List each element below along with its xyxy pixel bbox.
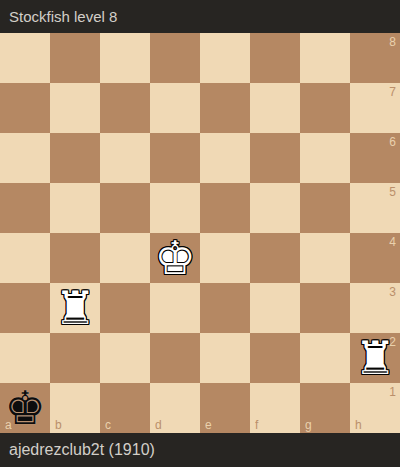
opponent-name: Stockfish level 8 — [9, 8, 117, 25]
square-a2[interactable] — [0, 333, 50, 383]
file-label-h: h — [355, 419, 362, 431]
square-h4[interactable]: 4 — [350, 233, 400, 283]
square-e6[interactable] — [200, 133, 250, 183]
square-f3[interactable] — [250, 283, 300, 333]
square-b7[interactable] — [50, 83, 100, 133]
square-g5[interactable] — [300, 183, 350, 233]
file-label-g: g — [305, 419, 312, 431]
chess-board: 8765♚4♜32♜a♚bcdefg1h — [0, 33, 400, 433]
file-label-b: b — [55, 419, 62, 431]
square-e2[interactable] — [200, 333, 250, 383]
black-king[interactable]: ♚ — [0, 383, 50, 433]
square-e3[interactable] — [200, 283, 250, 333]
square-c8[interactable] — [100, 33, 150, 83]
square-g7[interactable] — [300, 83, 350, 133]
square-c3[interactable] — [100, 283, 150, 333]
square-h2[interactable]: 2♜ — [350, 333, 400, 383]
square-d1[interactable]: d — [150, 383, 200, 433]
square-d4[interactable]: ♚ — [150, 233, 200, 283]
square-f7[interactable] — [250, 83, 300, 133]
square-h8[interactable]: 8 — [350, 33, 400, 83]
white-rook[interactable]: ♜ — [50, 283, 100, 333]
square-g1[interactable]: g — [300, 383, 350, 433]
square-b6[interactable] — [50, 133, 100, 183]
square-e5[interactable] — [200, 183, 250, 233]
rank-label-7: 7 — [389, 86, 396, 98]
file-label-c: c — [105, 419, 111, 431]
rank-label-4: 4 — [389, 236, 396, 248]
square-f6[interactable] — [250, 133, 300, 183]
file-label-e: e — [205, 419, 212, 431]
chess-app: Stockfish level 8 8765♚4♜32♜a♚bcdefg1h a… — [0, 0, 400, 467]
square-g6[interactable] — [300, 133, 350, 183]
square-g2[interactable] — [300, 333, 350, 383]
square-b5[interactable] — [50, 183, 100, 233]
square-h3[interactable]: 3 — [350, 283, 400, 333]
white-rook[interactable]: ♜ — [350, 333, 400, 383]
square-f8[interactable] — [250, 33, 300, 83]
square-a1[interactable]: a♚ — [0, 383, 50, 433]
player-bar: ajedrezclub2t (1910) — [0, 433, 400, 467]
square-g8[interactable] — [300, 33, 350, 83]
square-h5[interactable]: 5 — [350, 183, 400, 233]
rank-label-5: 5 — [389, 186, 396, 198]
square-c4[interactable] — [100, 233, 150, 283]
square-d7[interactable] — [150, 83, 200, 133]
square-b8[interactable] — [50, 33, 100, 83]
square-b4[interactable] — [50, 233, 100, 283]
square-c1[interactable]: c — [100, 383, 150, 433]
square-a5[interactable] — [0, 183, 50, 233]
rank-label-8: 8 — [389, 36, 396, 48]
square-e7[interactable] — [200, 83, 250, 133]
square-h7[interactable]: 7 — [350, 83, 400, 133]
square-a4[interactable] — [0, 233, 50, 283]
square-c7[interactable] — [100, 83, 150, 133]
square-e1[interactable]: e — [200, 383, 250, 433]
square-d3[interactable] — [150, 283, 200, 333]
square-g4[interactable] — [300, 233, 350, 283]
square-g3[interactable] — [300, 283, 350, 333]
square-c2[interactable] — [100, 333, 150, 383]
square-d8[interactable] — [150, 33, 200, 83]
square-h1[interactable]: 1h — [350, 383, 400, 433]
file-label-d: d — [155, 419, 162, 431]
square-f2[interactable] — [250, 333, 300, 383]
square-c6[interactable] — [100, 133, 150, 183]
square-b1[interactable]: b — [50, 383, 100, 433]
square-a8[interactable] — [0, 33, 50, 83]
square-d6[interactable] — [150, 133, 200, 183]
square-f4[interactable] — [250, 233, 300, 283]
player-name: ajedrezclub2t (1910) — [9, 441, 155, 459]
square-e4[interactable] — [200, 233, 250, 283]
square-b2[interactable] — [50, 333, 100, 383]
square-a7[interactable] — [0, 83, 50, 133]
square-f1[interactable]: f — [250, 383, 300, 433]
square-f5[interactable] — [250, 183, 300, 233]
square-h6[interactable]: 6 — [350, 133, 400, 183]
square-c5[interactable] — [100, 183, 150, 233]
square-e8[interactable] — [200, 33, 250, 83]
opponent-bar: Stockfish level 8 — [0, 0, 400, 33]
square-a3[interactable] — [0, 283, 50, 333]
square-b3[interactable]: ♜ — [50, 283, 100, 333]
white-king[interactable]: ♚ — [150, 233, 200, 283]
rank-label-6: 6 — [389, 136, 396, 148]
square-d5[interactable] — [150, 183, 200, 233]
rank-label-3: 3 — [389, 286, 396, 298]
square-a6[interactable] — [0, 133, 50, 183]
square-d2[interactable] — [150, 333, 200, 383]
rank-label-1: 1 — [389, 386, 396, 398]
file-label-f: f — [255, 419, 258, 431]
